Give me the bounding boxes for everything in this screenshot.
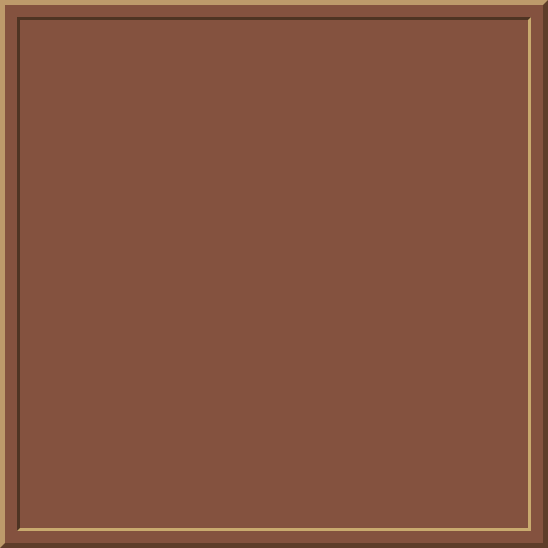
chess-board bbox=[20, 20, 528, 528]
board-inner-bevel bbox=[17, 17, 531, 531]
chess-board-frame bbox=[0, 0, 548, 548]
